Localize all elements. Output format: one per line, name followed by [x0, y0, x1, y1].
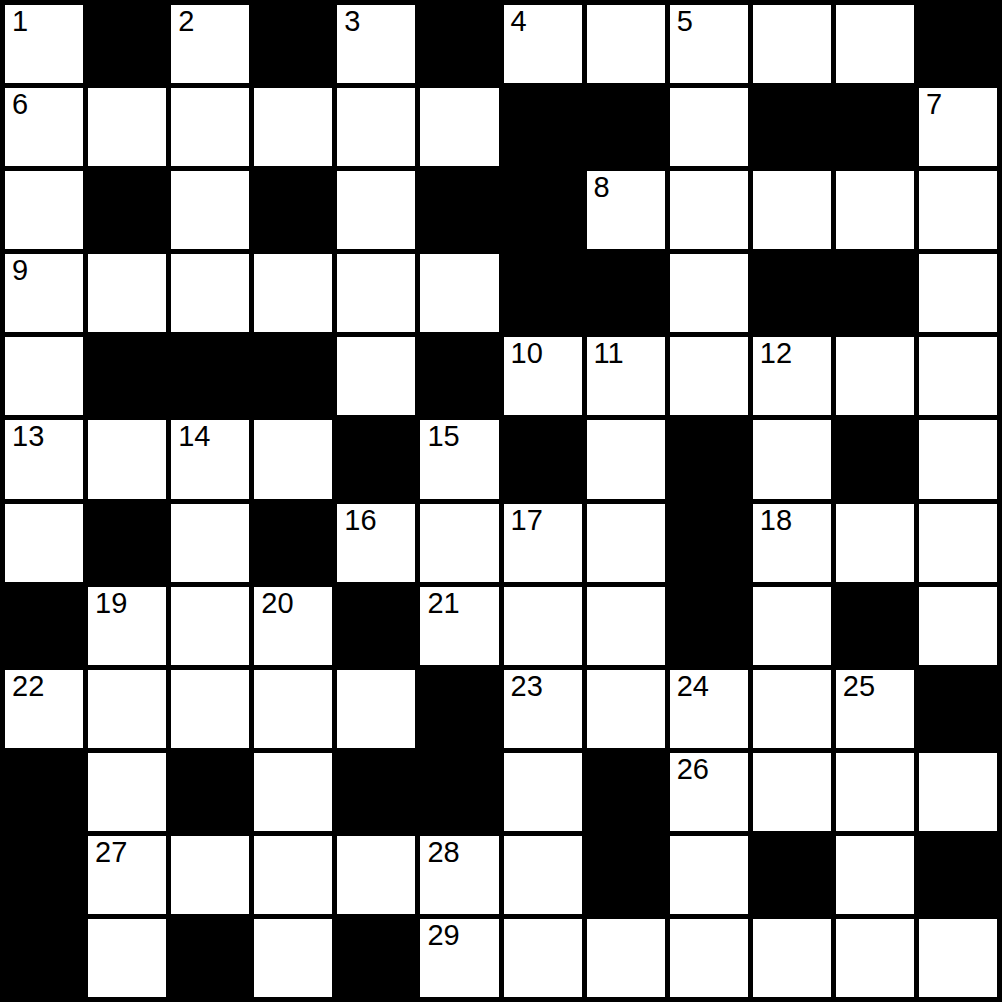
clue-number: 20 — [261, 588, 293, 618]
clue-number: 3 — [344, 6, 360, 36]
open-cell[interactable] — [337, 836, 415, 914]
open-cell[interactable]: 1 — [5, 5, 83, 83]
blocked-cell — [919, 5, 997, 83]
clue-number: 29 — [427, 920, 459, 950]
open-cell[interactable]: 9 — [5, 254, 83, 332]
blocked-cell — [88, 337, 166, 415]
open-cell[interactable] — [670, 88, 748, 166]
open-cell[interactable]: 14 — [171, 420, 249, 498]
open-cell[interactable] — [587, 670, 665, 748]
blocked-cell — [5, 836, 83, 914]
open-cell[interactable]: 8 — [587, 171, 665, 249]
clue-number: 25 — [843, 671, 875, 701]
open-cell[interactable] — [753, 420, 831, 498]
open-cell[interactable] — [88, 88, 166, 166]
blocked-cell — [587, 254, 665, 332]
blocked-cell — [670, 504, 748, 582]
clue-number: 11 — [594, 338, 624, 368]
open-cell[interactable] — [420, 88, 498, 166]
clue-number: 23 — [511, 671, 543, 701]
blocked-cell — [254, 504, 332, 582]
open-cell[interactable] — [587, 420, 665, 498]
clue-number: 17 — [511, 505, 543, 535]
clue-number: 7 — [926, 89, 942, 119]
open-cell[interactable] — [919, 337, 997, 415]
open-cell[interactable] — [5, 171, 83, 249]
open-cell[interactable] — [254, 254, 332, 332]
open-cell[interactable]: 23 — [504, 670, 582, 748]
crossword-grid: 1234567891011121314151617181920212223242… — [0, 0, 1002, 1002]
blocked-cell — [88, 171, 166, 249]
open-cell[interactable]: 27 — [88, 836, 166, 914]
blocked-cell — [171, 753, 249, 831]
blocked-cell — [836, 254, 914, 332]
clue-number: 21 — [427, 588, 459, 618]
open-cell[interactable]: 10 — [504, 337, 582, 415]
blocked-cell — [171, 337, 249, 415]
blocked-cell — [420, 670, 498, 748]
open-cell[interactable] — [504, 587, 582, 665]
blocked-cell — [420, 337, 498, 415]
open-cell[interactable] — [254, 420, 332, 498]
open-cell[interactable] — [836, 5, 914, 83]
open-cell[interactable]: 16 — [337, 504, 415, 582]
open-cell[interactable] — [337, 171, 415, 249]
blocked-cell — [587, 88, 665, 166]
open-cell[interactable] — [753, 670, 831, 748]
open-cell[interactable] — [587, 919, 665, 997]
open-cell[interactable] — [587, 587, 665, 665]
clue-number: 4 — [511, 6, 527, 36]
blocked-cell — [919, 670, 997, 748]
open-cell[interactable] — [420, 504, 498, 582]
open-cell[interactable] — [919, 254, 997, 332]
open-cell[interactable]: 2 — [171, 5, 249, 83]
open-cell[interactable] — [670, 337, 748, 415]
open-cell[interactable] — [337, 670, 415, 748]
clue-number: 2 — [178, 6, 194, 36]
blocked-cell — [420, 5, 498, 83]
open-cell[interactable] — [171, 88, 249, 166]
open-cell[interactable]: 29 — [420, 919, 498, 997]
open-cell[interactable] — [919, 420, 997, 498]
clue-number: 24 — [677, 671, 709, 701]
open-cell[interactable] — [753, 587, 831, 665]
clue-number: 16 — [344, 505, 376, 535]
open-cell[interactable] — [587, 504, 665, 582]
blocked-cell — [420, 171, 498, 249]
blocked-cell — [504, 420, 582, 498]
open-cell[interactable]: 24 — [670, 670, 748, 748]
clue-number: 9 — [12, 255, 28, 285]
open-cell[interactable]: 18 — [753, 504, 831, 582]
clue-number: 18 — [760, 505, 792, 535]
open-cell[interactable] — [254, 836, 332, 914]
open-cell[interactable] — [254, 919, 332, 997]
open-cell[interactable] — [836, 836, 914, 914]
open-cell[interactable] — [670, 919, 748, 997]
open-cell[interactable]: 28 — [420, 836, 498, 914]
open-cell[interactable] — [171, 587, 249, 665]
open-cell[interactable] — [5, 337, 83, 415]
blocked-cell — [337, 753, 415, 831]
clue-number: 27 — [95, 837, 127, 867]
blocked-cell — [753, 88, 831, 166]
blocked-cell — [753, 836, 831, 914]
open-cell[interactable] — [670, 254, 748, 332]
blocked-cell — [504, 254, 582, 332]
open-cell[interactable]: 15 — [420, 420, 498, 498]
clue-number: 13 — [12, 421, 44, 451]
open-cell[interactable] — [420, 254, 498, 332]
blocked-cell — [504, 171, 582, 249]
blocked-cell — [171, 919, 249, 997]
blocked-cell — [5, 753, 83, 831]
open-cell[interactable] — [88, 753, 166, 831]
open-cell[interactable] — [504, 753, 582, 831]
open-cell[interactable]: 25 — [836, 670, 914, 748]
clue-number: 8 — [594, 172, 610, 202]
blocked-cell — [836, 420, 914, 498]
blocked-cell — [88, 504, 166, 582]
open-cell[interactable] — [753, 919, 831, 997]
clue-number: 6 — [12, 89, 28, 119]
open-cell[interactable] — [254, 670, 332, 748]
open-cell[interactable] — [88, 254, 166, 332]
blocked-cell — [587, 753, 665, 831]
open-cell[interactable]: 11 — [587, 337, 665, 415]
clue-number: 12 — [760, 338, 792, 368]
open-cell[interactable] — [670, 171, 748, 249]
open-cell[interactable]: 13 — [5, 420, 83, 498]
open-cell[interactable]: 19 — [88, 587, 166, 665]
open-cell[interactable] — [919, 587, 997, 665]
blocked-cell — [504, 88, 582, 166]
blocked-cell — [337, 919, 415, 997]
blocked-cell — [337, 420, 415, 498]
open-cell[interactable] — [171, 171, 249, 249]
open-cell[interactable]: 17 — [504, 504, 582, 582]
open-cell[interactable]: 26 — [670, 753, 748, 831]
clue-number: 28 — [427, 837, 459, 867]
open-cell[interactable]: 12 — [753, 337, 831, 415]
open-cell[interactable] — [88, 420, 166, 498]
open-cell[interactable]: 4 — [504, 5, 582, 83]
clue-number: 5 — [677, 6, 693, 36]
open-cell[interactable] — [88, 919, 166, 997]
open-cell[interactable] — [88, 670, 166, 748]
open-cell[interactable] — [254, 753, 332, 831]
blocked-cell — [670, 587, 748, 665]
open-cell[interactable] — [753, 5, 831, 83]
blocked-cell — [5, 587, 83, 665]
blocked-cell — [5, 919, 83, 997]
blocked-cell — [587, 836, 665, 914]
blocked-cell — [88, 5, 166, 83]
open-cell[interactable] — [753, 753, 831, 831]
blocked-cell — [753, 254, 831, 332]
open-cell[interactable]: 7 — [919, 88, 997, 166]
blocked-cell — [919, 836, 997, 914]
open-cell[interactable]: 20 — [254, 587, 332, 665]
blocked-cell — [836, 587, 914, 665]
clue-number: 22 — [12, 671, 44, 701]
clue-number: 1 — [12, 6, 28, 36]
blocked-cell — [254, 5, 332, 83]
open-cell[interactable] — [919, 504, 997, 582]
open-cell[interactable] — [836, 919, 914, 997]
blocked-cell — [254, 337, 332, 415]
clue-number: 26 — [677, 754, 709, 784]
clue-number: 15 — [427, 421, 459, 451]
open-cell[interactable] — [337, 337, 415, 415]
blocked-cell — [670, 420, 748, 498]
open-cell[interactable] — [337, 254, 415, 332]
open-cell[interactable] — [836, 171, 914, 249]
open-cell[interactable] — [337, 88, 415, 166]
open-cell[interactable] — [504, 836, 582, 914]
open-cell[interactable] — [587, 5, 665, 83]
open-cell[interactable] — [171, 254, 249, 332]
open-cell[interactable] — [919, 919, 997, 997]
clue-number: 19 — [95, 588, 127, 618]
clue-number: 14 — [178, 421, 210, 451]
open-cell[interactable] — [171, 670, 249, 748]
open-cell[interactable] — [171, 836, 249, 914]
open-cell[interactable]: 21 — [420, 587, 498, 665]
open-cell[interactable] — [171, 504, 249, 582]
open-cell[interactable] — [836, 337, 914, 415]
clue-number: 10 — [511, 338, 543, 368]
open-cell[interactable] — [254, 88, 332, 166]
blocked-cell — [836, 88, 914, 166]
blocked-cell — [420, 753, 498, 831]
open-cell[interactable] — [919, 753, 997, 831]
open-cell[interactable]: 6 — [5, 88, 83, 166]
open-cell[interactable] — [753, 171, 831, 249]
open-cell[interactable]: 22 — [5, 670, 83, 748]
open-cell[interactable] — [836, 753, 914, 831]
open-cell[interactable] — [5, 504, 83, 582]
open-cell[interactable] — [919, 171, 997, 249]
blocked-cell — [337, 587, 415, 665]
blocked-cell — [254, 171, 332, 249]
open-cell[interactable] — [836, 504, 914, 582]
open-cell[interactable]: 5 — [670, 5, 748, 83]
open-cell[interactable]: 3 — [337, 5, 415, 83]
open-cell[interactable] — [504, 919, 582, 997]
open-cell[interactable] — [670, 836, 748, 914]
